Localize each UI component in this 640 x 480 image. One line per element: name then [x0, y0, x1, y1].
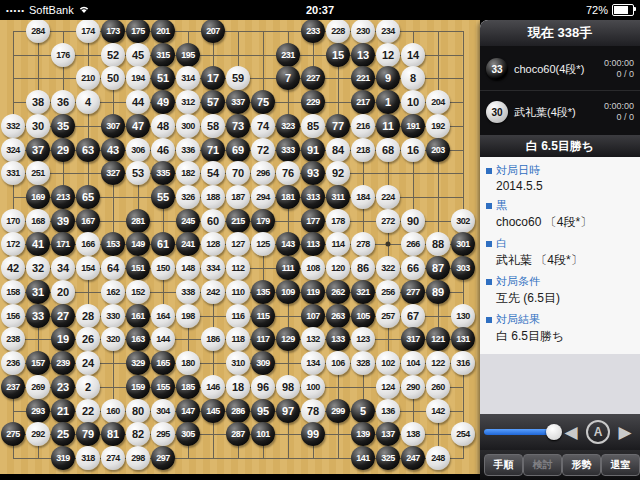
white-stone-move-178: 178 [326, 209, 350, 233]
white-stone-move-295: 295 [151, 422, 175, 446]
white-stone-move-128: 128 [201, 232, 225, 256]
white-stone-move-204: 204 [426, 90, 450, 114]
white-stone-move-74: 74 [251, 114, 275, 138]
black-stone-move-89: 89 [426, 280, 450, 304]
step-forward-button[interactable]: ▶ [612, 422, 638, 443]
black-stone-move-23: 23 [51, 375, 75, 399]
game-info-list: 対局日時2014.5.5黒choco60 〔4段*〕白武礼葉 〔4段*〕対局条件… [480, 157, 640, 354]
white-stone-move-32: 32 [26, 256, 50, 280]
white-stone-move-322: 322 [376, 256, 400, 280]
black-stone-move-317: 317 [401, 327, 425, 351]
white-stone-move-332: 332 [1, 114, 25, 138]
black-stone-move-305: 305 [176, 422, 200, 446]
white-stone-move-59: 59 [226, 66, 250, 90]
white-stone-move-330: 330 [101, 304, 125, 328]
slider-knob[interactable] [546, 424, 562, 440]
player-row-black: 33 choco60(4段*) 0:00:00 0 / 0 [480, 48, 640, 91]
white-stone-move-302: 302 [451, 209, 475, 233]
result-header: 白 6.5目勝ち [480, 135, 640, 157]
move-slider[interactable] [484, 429, 558, 435]
white-stone-move-96: 96 [251, 375, 275, 399]
black-stone-move-313: 313 [301, 185, 325, 209]
black-stone-move-17: 17 [201, 66, 225, 90]
white-stone-move-272: 272 [376, 209, 400, 233]
white-stone-move-256: 256 [376, 280, 400, 304]
black-stone-move-69: 69 [226, 138, 250, 162]
black-stone-move-177: 177 [301, 209, 325, 233]
black-stone-move-13: 13 [351, 43, 375, 67]
white-stone-move-148: 148 [176, 256, 200, 280]
black-stone-move-333: 333 [276, 138, 300, 162]
info-value: 2014.5.5 [480, 178, 640, 196]
white-stone-move-60: 60 [201, 209, 225, 233]
black-stone-move-175: 175 [126, 20, 150, 43]
white-stone-move-331: 331 [1, 161, 25, 185]
white-stone-move-10: 10 [401, 90, 425, 114]
white-stone-move-292: 292 [26, 422, 50, 446]
white-stone-move-236: 236 [1, 351, 25, 375]
white-stone-move-294: 294 [251, 185, 275, 209]
white-stone-icon: 30 [486, 101, 508, 123]
white-stone-move-110: 110 [226, 280, 250, 304]
white-stone-move-44: 44 [126, 90, 150, 114]
black-stone-move-73: 73 [226, 114, 250, 138]
black-stone-move-179: 179 [251, 209, 275, 233]
black-stone-move-323: 323 [276, 114, 300, 138]
white-stone-move-158: 158 [1, 280, 25, 304]
white-stone-move-4: 4 [76, 90, 100, 114]
black-stone-move-117: 117 [251, 327, 275, 351]
white-stone-move-130: 130 [451, 304, 475, 328]
white-stone-move-98: 98 [276, 375, 300, 399]
bottom-button-形勢[interactable]: 形勢 [562, 454, 601, 476]
white-stone-move-300: 300 [176, 114, 200, 138]
black-stone-move-262: 262 [326, 280, 350, 304]
white-stone-move-132: 132 [301, 327, 325, 351]
white-stone-move-316: 316 [451, 351, 475, 375]
black-stone-move-241: 241 [176, 232, 200, 256]
white-stone-move-160: 160 [101, 399, 125, 423]
black-stone-move-27: 27 [51, 304, 75, 328]
black-stone-move-39: 39 [51, 209, 75, 233]
black-stone-move-143: 143 [276, 232, 300, 256]
white-stone-move-18: 18 [226, 375, 250, 399]
black-stone-move-217: 217 [351, 90, 375, 114]
white-stone-move-152: 152 [126, 280, 150, 304]
board-bottom-strip [0, 474, 480, 480]
white-stone-move-54: 54 [201, 161, 225, 185]
black-stone-move-25: 25 [51, 422, 75, 446]
white-stone-move-336: 336 [176, 138, 200, 162]
black-stone-move-321: 321 [351, 280, 375, 304]
white-stone-move-164: 164 [151, 304, 175, 328]
white-stone-move-52: 52 [101, 43, 125, 67]
white-stone-move-2: 2 [76, 375, 100, 399]
white-stone-move-187: 187 [226, 185, 250, 209]
white-stone-move-30: 30 [26, 114, 50, 138]
info-label: 白 [480, 234, 640, 251]
white-stone-move-186: 186 [201, 327, 225, 351]
black-stone-move-299: 299 [326, 399, 350, 423]
black-stone-move-77: 77 [326, 114, 350, 138]
black-stone-move-221: 221 [351, 66, 375, 90]
players-list: 33 choco60(4段*) 0:00:00 0 / 0 30 武礼葉(4段*… [480, 46, 640, 135]
info-value: 武礼葉 〔4段*〕 [480, 251, 640, 272]
black-stone-move-159: 159 [126, 375, 150, 399]
black-stone-move-201: 201 [151, 20, 175, 43]
bottom-button-検討[interactable]: 検討 [523, 454, 562, 476]
black-stone-move-121: 121 [426, 327, 450, 351]
white-stone-move-304: 304 [151, 399, 175, 423]
white-stone-move-122: 122 [426, 351, 450, 375]
white-stone-move-124: 124 [376, 375, 400, 399]
white-stone-move-58: 58 [201, 114, 225, 138]
white-stone-move-68: 68 [376, 138, 400, 162]
black-stone-move-147: 147 [176, 399, 200, 423]
white-stone-move-150: 150 [151, 256, 175, 280]
black-stone-move-277: 277 [401, 280, 425, 304]
black-stone-move-11: 11 [376, 114, 400, 138]
white-stone-move-76: 76 [276, 161, 300, 185]
black-player-name: choco60(4段*) [514, 62, 604, 77]
white-stone-move-218: 218 [351, 138, 375, 162]
black-stone-move-79: 79 [76, 422, 100, 446]
white-stone-move-310: 310 [226, 351, 250, 375]
status-bar: ••••• SoftBank 20:37 72% [0, 0, 640, 20]
white-stone-move-296: 296 [251, 161, 275, 185]
black-stone-move-281: 281 [126, 209, 150, 233]
black-stone-move-163: 163 [126, 327, 150, 351]
white-stone-move-36: 36 [51, 90, 75, 114]
white-stone-move-92: 92 [326, 161, 350, 185]
black-stone-move-263: 263 [326, 304, 350, 328]
black-stone-move-37: 37 [26, 138, 50, 162]
white-stone-move-106: 106 [326, 351, 350, 375]
black-stone-move-167: 167 [76, 209, 100, 233]
black-stone-move-7: 7 [276, 66, 300, 90]
white-stone-move-114: 114 [326, 232, 350, 256]
white-stone-move-90: 90 [401, 209, 425, 233]
black-stone-move-29: 29 [51, 138, 75, 162]
white-stone-move-138: 138 [401, 422, 425, 446]
black-stone-move-75: 75 [251, 90, 275, 114]
white-stone-move-230: 230 [351, 20, 375, 43]
info-label: 対局日時 [480, 161, 640, 178]
white-player-name: 武礼葉(4段*) [514, 105, 604, 120]
black-stone-move-95: 95 [251, 399, 275, 423]
black-stone-move-293: 293 [26, 399, 50, 423]
white-stone-move-20: 20 [51, 280, 75, 304]
white-stone-move-136: 136 [376, 399, 400, 423]
black-stone-move-131: 131 [451, 327, 475, 351]
black-stone-move-165: 165 [151, 351, 175, 375]
black-stone-move-135: 135 [251, 280, 275, 304]
clock: 20:37 [0, 4, 640, 16]
white-stone-move-34: 34 [51, 256, 75, 280]
bottom-button-bar: 手順検討形勢退室 [480, 450, 640, 480]
black-stone-move-47: 47 [126, 114, 150, 138]
white-stone-move-50: 50 [101, 66, 125, 90]
white-stone-move-26: 26 [76, 327, 100, 351]
black-stone-move-171: 171 [51, 232, 75, 256]
white-stone-move-284: 284 [26, 20, 50, 43]
bottom-button-退室[interactable]: 退室 [601, 454, 640, 476]
move-count-header: 現在 338手 [480, 20, 640, 46]
black-stone-move-149: 149 [126, 232, 150, 256]
black-stone-move-9: 9 [376, 66, 400, 90]
black-stone-move-43: 43 [101, 138, 125, 162]
black-stone-move-191: 191 [401, 114, 425, 138]
white-stone-move-320: 320 [101, 327, 125, 351]
white-stone-move-251: 251 [26, 161, 50, 185]
white-stone-move-116: 116 [226, 304, 250, 328]
black-stone-move-227: 227 [301, 66, 325, 90]
white-stone-move-306: 306 [126, 138, 150, 162]
white-stone-move-38: 38 [26, 90, 50, 114]
black-stone-move-215: 215 [226, 209, 250, 233]
white-stone-move-78: 78 [301, 399, 325, 423]
go-board[interactable]: 2841741731752012072332282302341765245315… [0, 20, 480, 474]
white-stone-move-224: 224 [376, 185, 400, 209]
white-stone-move-274: 274 [101, 446, 125, 470]
black-stone-move-327: 327 [101, 161, 125, 185]
black-stone-move-111: 111 [276, 256, 300, 280]
battery-percent: 72% [586, 4, 608, 16]
black-stone-move-61: 61 [151, 232, 175, 256]
white-stone-move-168: 168 [26, 209, 50, 233]
white-stone-move-85: 85 [301, 114, 325, 138]
black-stone-move-63: 63 [76, 138, 100, 162]
auto-play-button[interactable]: A [586, 420, 610, 444]
white-stone-move-176: 176 [51, 43, 75, 67]
info-value: choco60 〔4段*〕 [480, 213, 640, 234]
black-stone-move-161: 161 [126, 304, 150, 328]
white-stone-move-118: 118 [226, 327, 250, 351]
black-stone-move-319: 319 [51, 446, 75, 470]
white-stone-move-314: 314 [176, 66, 200, 90]
black-stone-move-309: 309 [251, 351, 275, 375]
white-stone-move-334: 334 [201, 256, 225, 280]
black-stone-move-303: 303 [451, 256, 475, 280]
white-stone-move-257: 257 [376, 304, 400, 328]
black-stone-move-91: 91 [301, 138, 325, 162]
white-stone-move-278: 278 [351, 232, 375, 256]
black-stone-move-207: 207 [201, 20, 225, 43]
white-stone-move-198: 198 [176, 304, 200, 328]
white-stone-move-102: 102 [376, 351, 400, 375]
black-stone-move-57: 57 [201, 90, 225, 114]
white-stone-move-70: 70 [226, 161, 250, 185]
white-stone-move-120: 120 [326, 256, 350, 280]
white-stone-move-108: 108 [301, 256, 325, 280]
white-stone-move-146: 146 [201, 375, 225, 399]
black-stone-move-195: 195 [176, 43, 200, 67]
white-stone-move-266: 266 [401, 232, 425, 256]
black-stone-move-153: 153 [101, 232, 125, 256]
white-stone-move-12: 12 [376, 43, 400, 67]
black-stone-move-325: 325 [376, 446, 400, 470]
white-stone-move-290: 290 [401, 375, 425, 399]
white-stone-move-194: 194 [126, 66, 150, 90]
black-stone-move-307: 307 [101, 114, 125, 138]
sidebar-panel: 現在 338手 33 choco60(4段*) 0:00:00 0 / 0 30… [480, 20, 640, 480]
black-stone-move-157: 157 [26, 351, 50, 375]
black-stone-move-51: 51 [151, 66, 175, 90]
black-stone-move-185: 185 [176, 375, 200, 399]
white-stone-move-210: 210 [76, 66, 100, 90]
white-stone-move-216: 216 [351, 114, 375, 138]
info-label: 対局条件 [480, 272, 640, 289]
black-stone-move-233: 233 [301, 20, 325, 43]
black-stone-move-141: 141 [351, 446, 375, 470]
white-stone-move-174: 174 [76, 20, 100, 43]
black-stone-move-286: 286 [226, 399, 250, 423]
white-stone-move-328: 328 [351, 351, 375, 375]
white-stone-move-112: 112 [226, 256, 250, 280]
white-stone-move-45: 45 [126, 43, 150, 67]
white-stone-move-80: 80 [126, 399, 150, 423]
black-stone-move-35: 35 [51, 114, 75, 138]
black-stone-move-133: 133 [326, 327, 350, 351]
white-stone-move-134: 134 [301, 351, 325, 375]
black-stone-move-93: 93 [301, 161, 325, 185]
white-stone-move-66: 66 [401, 256, 425, 280]
black-stone-move-33: 33 [26, 304, 50, 328]
battery-icon [612, 4, 634, 16]
black-stone-move-181: 181 [276, 185, 300, 209]
white-stone-move-318: 318 [76, 446, 100, 470]
black-stone-icon: 33 [486, 58, 508, 80]
white-stone-move-154: 154 [76, 256, 100, 280]
black-stone-move-105: 105 [351, 304, 375, 328]
white-stone-move-188: 188 [201, 185, 225, 209]
black-stone-move-155: 155 [151, 375, 175, 399]
black-stone-move-15: 15 [326, 43, 350, 67]
white-stone-move-46: 46 [151, 138, 175, 162]
black-stone-move-239: 239 [51, 351, 75, 375]
black-stone-move-49: 49 [151, 90, 175, 114]
black-stone-move-311: 311 [326, 185, 350, 209]
white-stone-move-16: 16 [401, 138, 425, 162]
black-stone-move-113: 113 [301, 232, 325, 256]
black-stone-move-115: 115 [251, 304, 275, 328]
info-value: 互先 (6.5目) [480, 289, 640, 310]
bottom-button-手順[interactable]: 手順 [484, 454, 523, 476]
black-stone-move-329: 329 [126, 351, 150, 375]
white-stone-move-72: 72 [251, 138, 275, 162]
black-stone-move-5: 5 [351, 399, 375, 423]
playback-controls: ◀ A ▶ [480, 414, 640, 450]
info-label: 黒 [480, 196, 640, 213]
black-stone-move-231: 231 [276, 43, 300, 67]
white-stone-move-24: 24 [76, 351, 100, 375]
white-stone-move-88: 88 [426, 232, 450, 256]
black-stone-move-203: 203 [426, 138, 450, 162]
white-stone-move-142: 142 [426, 399, 450, 423]
white-stone-move-242: 242 [201, 280, 225, 304]
white-stone-move-312: 312 [176, 90, 200, 114]
black-stone-move-21: 21 [51, 399, 75, 423]
white-stone-move-254: 254 [451, 422, 475, 446]
black-stone-move-301: 301 [451, 232, 475, 256]
white-stone-move-22: 22 [76, 399, 100, 423]
black-stone-move-107: 107 [301, 304, 325, 328]
black-stone-move-139: 139 [351, 422, 375, 446]
white-stone-move-238: 238 [1, 327, 25, 351]
black-stone-move-137: 137 [376, 422, 400, 446]
black-stone-move-287: 287 [226, 422, 250, 446]
white-stone-move-182: 182 [176, 161, 200, 185]
black-stone-move-151: 151 [126, 256, 150, 280]
black-stone-move-275: 275 [1, 422, 25, 446]
white-stone-move-166: 166 [76, 232, 100, 256]
info-label: 対局結果 [480, 310, 640, 327]
white-stone-move-192: 192 [426, 114, 450, 138]
black-stone-move-81: 81 [101, 422, 125, 446]
info-value: 白 6.5目勝ち [480, 327, 640, 348]
white-stone-move-28: 28 [76, 304, 100, 328]
black-stone-move-335: 335 [151, 161, 175, 185]
white-stone-move-170: 170 [1, 209, 25, 233]
white-stone-move-298: 298 [126, 446, 150, 470]
white-stone-move-86: 86 [351, 256, 375, 280]
black-stone-move-297: 297 [151, 446, 175, 470]
white-stone-move-144: 144 [151, 327, 175, 351]
black-stone-move-229: 229 [301, 90, 325, 114]
white-stone-move-127: 127 [226, 232, 250, 256]
white-stone-move-326: 326 [176, 185, 200, 209]
black-stone-move-109: 109 [276, 280, 300, 304]
star-point [386, 242, 391, 247]
black-stone-move-55: 55 [151, 185, 175, 209]
black-stone-move-65: 65 [76, 185, 100, 209]
white-stone-move-125: 125 [251, 232, 275, 256]
black-stone-move-119: 119 [301, 280, 325, 304]
black-stone-move-1: 1 [376, 90, 400, 114]
white-stone-move-172: 172 [1, 232, 25, 256]
white-stone-move-123: 123 [351, 327, 375, 351]
white-stone-move-82: 82 [126, 422, 150, 446]
white-stone-move-100: 100 [301, 375, 325, 399]
black-stone-move-31: 31 [26, 280, 50, 304]
white-stone-move-156: 156 [1, 304, 25, 328]
black-stone-move-101: 101 [251, 422, 275, 446]
black-stone-move-213: 213 [51, 185, 75, 209]
white-stone-move-269: 269 [26, 375, 50, 399]
white-stone-move-14: 14 [401, 43, 425, 67]
white-stone-move-67: 67 [401, 304, 425, 328]
black-player-time: 0:00:00 0 / 0 [604, 58, 634, 80]
white-stone-move-324: 324 [1, 138, 25, 162]
black-stone-move-97: 97 [276, 399, 300, 423]
black-stone-move-71: 71 [201, 138, 225, 162]
black-stone-move-173: 173 [101, 20, 125, 43]
black-stone-move-245: 245 [176, 209, 200, 233]
white-stone-move-8: 8 [401, 66, 425, 90]
white-stone-move-42: 42 [1, 256, 25, 280]
white-stone-move-228: 228 [326, 20, 350, 43]
white-stone-move-234: 234 [376, 20, 400, 43]
white-stone-move-64: 64 [101, 256, 125, 280]
white-stone-move-162: 162 [101, 280, 125, 304]
black-stone-move-41: 41 [26, 232, 50, 256]
white-stone-move-260: 260 [426, 375, 450, 399]
black-stone-move-19: 19 [51, 327, 75, 351]
white-player-time: 0:00:00 0 / 0 [604, 101, 634, 123]
black-stone-move-99: 99 [301, 422, 325, 446]
black-stone-move-145: 145 [201, 399, 225, 423]
player-row-white: 30 武礼葉(4段*) 0:00:00 0 / 0 [480, 91, 640, 133]
